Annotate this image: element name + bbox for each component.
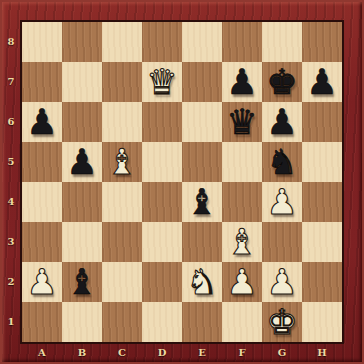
black-king[interactable]: ♚ — [262, 62, 302, 102]
white-queen[interactable]: ♛ — [142, 62, 182, 102]
square-c7[interactable] — [102, 62, 142, 102]
square-h4[interactable] — [302, 182, 342, 222]
black-pawn[interactable]: ♟ — [62, 142, 102, 182]
square-d4[interactable] — [142, 182, 182, 222]
square-a3[interactable] — [22, 222, 62, 262]
square-c1[interactable] — [102, 302, 142, 342]
black-pawn[interactable]: ♟ — [302, 62, 342, 102]
square-d2[interactable] — [142, 262, 182, 302]
square-c5[interactable]: ♝ — [102, 142, 142, 182]
black-bishop[interactable]: ♝ — [182, 182, 222, 222]
square-h2[interactable] — [302, 262, 342, 302]
square-g6[interactable]: ♟ — [262, 102, 302, 142]
white-pawn[interactable]: ♟ — [262, 262, 302, 302]
square-b3[interactable] — [62, 222, 102, 262]
square-a5[interactable] — [22, 142, 62, 182]
white-pawn[interactable]: ♟ — [22, 262, 62, 302]
square-b1[interactable] — [62, 302, 102, 342]
file-label-g: G — [262, 342, 302, 364]
square-a4[interactable] — [22, 182, 62, 222]
white-pawn[interactable]: ♟ — [222, 262, 262, 302]
file-label-d: D — [142, 342, 182, 364]
square-h5[interactable] — [302, 142, 342, 182]
black-queen[interactable]: ♛ — [222, 102, 262, 142]
square-e8[interactable] — [182, 22, 222, 62]
square-e1[interactable] — [182, 302, 222, 342]
square-a7[interactable] — [22, 62, 62, 102]
square-g3[interactable] — [262, 222, 302, 262]
file-label-h: H — [302, 342, 342, 364]
file-label-a: A — [22, 342, 62, 364]
square-h7[interactable]: ♟ — [302, 62, 342, 102]
square-g7[interactable]: ♚ — [262, 62, 302, 102]
rank-label-7: 7 — [0, 62, 22, 102]
square-b7[interactable] — [62, 62, 102, 102]
square-d5[interactable] — [142, 142, 182, 182]
white-bishop[interactable]: ♝ — [222, 222, 262, 262]
square-d6[interactable] — [142, 102, 182, 142]
white-pawn[interactable]: ♟ — [262, 182, 302, 222]
square-e2[interactable]: ♞ — [182, 262, 222, 302]
square-a1[interactable] — [22, 302, 62, 342]
chess-board: ♛♟♚♟♟♛♟♟♝♞♝♟♝♟♝♞♟♟♚ — [22, 22, 342, 342]
white-knight[interactable]: ♞ — [182, 262, 222, 302]
square-b2[interactable]: ♝ — [62, 262, 102, 302]
file-label-e: E — [182, 342, 222, 364]
rank-label-6: 6 — [0, 102, 22, 142]
file-label-c: C — [102, 342, 142, 364]
rank-label-8: 8 — [0, 22, 22, 62]
square-f6[interactable]: ♛ — [222, 102, 262, 142]
square-d8[interactable] — [142, 22, 182, 62]
square-e5[interactable] — [182, 142, 222, 182]
square-g5[interactable]: ♞ — [262, 142, 302, 182]
square-e4[interactable]: ♝ — [182, 182, 222, 222]
square-g8[interactable] — [262, 22, 302, 62]
rank-label-3: 3 — [0, 222, 22, 262]
square-c6[interactable] — [102, 102, 142, 142]
rank-label-4: 4 — [0, 182, 22, 222]
square-f1[interactable] — [222, 302, 262, 342]
square-c2[interactable] — [102, 262, 142, 302]
square-f2[interactable]: ♟ — [222, 262, 262, 302]
black-bishop[interactable]: ♝ — [62, 262, 102, 302]
black-pawn[interactable]: ♟ — [222, 62, 262, 102]
square-f8[interactable] — [222, 22, 262, 62]
square-h6[interactable] — [302, 102, 342, 142]
file-label-b: B — [62, 342, 102, 364]
square-g1[interactable]: ♚ — [262, 302, 302, 342]
square-b4[interactable] — [62, 182, 102, 222]
black-knight[interactable]: ♞ — [262, 142, 302, 182]
square-a2[interactable]: ♟ — [22, 262, 62, 302]
square-h1[interactable] — [302, 302, 342, 342]
square-g2[interactable]: ♟ — [262, 262, 302, 302]
square-c3[interactable] — [102, 222, 142, 262]
square-a6[interactable]: ♟ — [22, 102, 62, 142]
square-f7[interactable]: ♟ — [222, 62, 262, 102]
square-b8[interactable] — [62, 22, 102, 62]
black-pawn[interactable]: ♟ — [262, 102, 302, 142]
file-label-f: F — [222, 342, 262, 364]
square-h3[interactable] — [302, 222, 342, 262]
square-d1[interactable] — [142, 302, 182, 342]
square-c4[interactable] — [102, 182, 142, 222]
square-d3[interactable] — [142, 222, 182, 262]
black-pawn[interactable]: ♟ — [22, 102, 62, 142]
square-f3[interactable]: ♝ — [222, 222, 262, 262]
white-king[interactable]: ♚ — [262, 302, 302, 342]
rank-label-5: 5 — [0, 142, 22, 182]
chess-board-frame: 87654321 ABCDEFGH ♛♟♚♟♟♛♟♟♝♞♝♟♝♟♝♞♟♟♚ — [0, 0, 364, 364]
square-d7[interactable]: ♛ — [142, 62, 182, 102]
square-e7[interactable] — [182, 62, 222, 102]
white-bishop[interactable]: ♝ — [102, 142, 142, 182]
square-f5[interactable] — [222, 142, 262, 182]
square-g4[interactable]: ♟ — [262, 182, 302, 222]
rank-label-2: 2 — [0, 262, 22, 302]
square-b5[interactable]: ♟ — [62, 142, 102, 182]
square-c8[interactable] — [102, 22, 142, 62]
square-a8[interactable] — [22, 22, 62, 62]
square-f4[interactable] — [222, 182, 262, 222]
rank-label-1: 1 — [0, 302, 22, 342]
square-e3[interactable] — [182, 222, 222, 262]
square-h8[interactable] — [302, 22, 342, 62]
square-e6[interactable] — [182, 102, 222, 142]
square-b6[interactable] — [62, 102, 102, 142]
